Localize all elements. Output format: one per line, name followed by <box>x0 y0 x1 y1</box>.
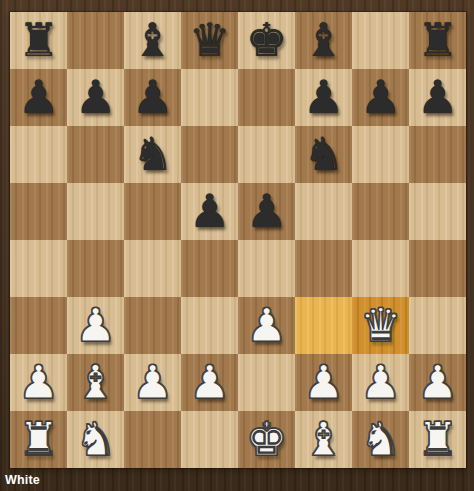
square-d7[interactable] <box>181 69 238 126</box>
square-g5[interactable] <box>352 183 409 240</box>
square-g3[interactable]: ♛ <box>352 297 409 354</box>
square-d5[interactable]: ♟ <box>181 183 238 240</box>
square-g6[interactable] <box>352 126 409 183</box>
white-pawn[interactable]: ♟ <box>295 354 352 411</box>
square-e2[interactable] <box>238 354 295 411</box>
square-b1[interactable]: ♞ <box>67 411 124 468</box>
square-d1[interactable] <box>181 411 238 468</box>
square-e5[interactable]: ♟ <box>238 183 295 240</box>
square-d2[interactable]: ♟ <box>181 354 238 411</box>
square-d3[interactable] <box>181 297 238 354</box>
black-king[interactable]: ♚ <box>238 12 295 69</box>
square-c1[interactable] <box>124 411 181 468</box>
white-queen[interactable]: ♛ <box>352 297 409 354</box>
white-rook[interactable]: ♜ <box>10 411 67 468</box>
square-a4[interactable] <box>10 240 67 297</box>
square-b8[interactable] <box>67 12 124 69</box>
black-knight[interactable]: ♞ <box>295 126 352 183</box>
square-c4[interactable] <box>124 240 181 297</box>
square-f8[interactable]: ♝ <box>295 12 352 69</box>
white-bishop[interactable]: ♝ <box>295 411 352 468</box>
square-c7[interactable]: ♟ <box>124 69 181 126</box>
square-b3[interactable]: ♟ <box>67 297 124 354</box>
square-b4[interactable] <box>67 240 124 297</box>
square-b5[interactable] <box>67 183 124 240</box>
square-f7[interactable]: ♟ <box>295 69 352 126</box>
white-pawn[interactable]: ♟ <box>124 354 181 411</box>
square-f1[interactable]: ♝ <box>295 411 352 468</box>
square-c2[interactable]: ♟ <box>124 354 181 411</box>
square-e7[interactable] <box>238 69 295 126</box>
black-pawn[interactable]: ♟ <box>409 69 466 126</box>
white-rook[interactable]: ♜ <box>409 411 466 468</box>
square-e6[interactable] <box>238 126 295 183</box>
black-knight[interactable]: ♞ <box>124 126 181 183</box>
white-pawn[interactable]: ♟ <box>10 354 67 411</box>
black-bishop[interactable]: ♝ <box>124 12 181 69</box>
square-h5[interactable] <box>409 183 466 240</box>
square-a2[interactable]: ♟ <box>10 354 67 411</box>
square-a3[interactable] <box>10 297 67 354</box>
square-c3[interactable] <box>124 297 181 354</box>
white-pawn[interactable]: ♟ <box>352 354 409 411</box>
square-f5[interactable] <box>295 183 352 240</box>
square-e8[interactable]: ♚ <box>238 12 295 69</box>
square-f2[interactable]: ♟ <box>295 354 352 411</box>
square-f4[interactable] <box>295 240 352 297</box>
white-pawn[interactable]: ♟ <box>238 297 295 354</box>
square-d8[interactable]: ♛ <box>181 12 238 69</box>
square-c5[interactable] <box>124 183 181 240</box>
square-d6[interactable] <box>181 126 238 183</box>
square-h3[interactable] <box>409 297 466 354</box>
app-window: ♜♝♛♚♝♜♟♟♟♟♟♟♞♞♟♟♟♟♛♟♝♟♟♟♟♟♜♞♚♝♞♜ White <box>0 0 474 491</box>
white-pawn[interactable]: ♟ <box>67 297 124 354</box>
square-c8[interactable]: ♝ <box>124 12 181 69</box>
white-pawn[interactable]: ♟ <box>409 354 466 411</box>
square-h8[interactable]: ♜ <box>409 12 466 69</box>
square-h4[interactable] <box>409 240 466 297</box>
square-g7[interactable]: ♟ <box>352 69 409 126</box>
black-pawn[interactable]: ♟ <box>124 69 181 126</box>
square-e1[interactable]: ♚ <box>238 411 295 468</box>
black-rook[interactable]: ♜ <box>409 12 466 69</box>
square-h2[interactable]: ♟ <box>409 354 466 411</box>
square-d4[interactable] <box>181 240 238 297</box>
square-b7[interactable]: ♟ <box>67 69 124 126</box>
status-bar: White <box>0 468 474 491</box>
square-a7[interactable]: ♟ <box>10 69 67 126</box>
white-knight[interactable]: ♞ <box>67 411 124 468</box>
square-e4[interactable] <box>238 240 295 297</box>
square-a6[interactable] <box>10 126 67 183</box>
black-rook[interactable]: ♜ <box>10 12 67 69</box>
player-to-move-label: White <box>5 473 40 487</box>
square-h7[interactable]: ♟ <box>409 69 466 126</box>
white-pawn[interactable]: ♟ <box>181 354 238 411</box>
white-king[interactable]: ♚ <box>238 411 295 468</box>
black-pawn[interactable]: ♟ <box>181 183 238 240</box>
chess-board: ♜♝♛♚♝♜♟♟♟♟♟♟♞♞♟♟♟♟♛♟♝♟♟♟♟♟♜♞♚♝♞♜ <box>10 12 466 468</box>
square-h6[interactable] <box>409 126 466 183</box>
square-c6[interactable]: ♞ <box>124 126 181 183</box>
square-g8[interactable] <box>352 12 409 69</box>
square-g4[interactable] <box>352 240 409 297</box>
square-f6[interactable]: ♞ <box>295 126 352 183</box>
black-pawn[interactable]: ♟ <box>67 69 124 126</box>
square-g2[interactable]: ♟ <box>352 354 409 411</box>
square-f3[interactable] <box>295 297 352 354</box>
square-a8[interactable]: ♜ <box>10 12 67 69</box>
square-a5[interactable] <box>10 183 67 240</box>
square-g1[interactable]: ♞ <box>352 411 409 468</box>
black-pawn[interactable]: ♟ <box>238 183 295 240</box>
black-pawn[interactable]: ♟ <box>295 69 352 126</box>
square-h1[interactable]: ♜ <box>409 411 466 468</box>
black-bishop[interactable]: ♝ <box>295 12 352 69</box>
square-a1[interactable]: ♜ <box>10 411 67 468</box>
square-b2[interactable]: ♝ <box>67 354 124 411</box>
black-pawn[interactable]: ♟ <box>352 69 409 126</box>
white-bishop[interactable]: ♝ <box>67 354 124 411</box>
white-knight[interactable]: ♞ <box>352 411 409 468</box>
square-b6[interactable] <box>67 126 124 183</box>
square-e3[interactable]: ♟ <box>238 297 295 354</box>
black-queen[interactable]: ♛ <box>181 12 238 69</box>
black-pawn[interactable]: ♟ <box>10 69 67 126</box>
